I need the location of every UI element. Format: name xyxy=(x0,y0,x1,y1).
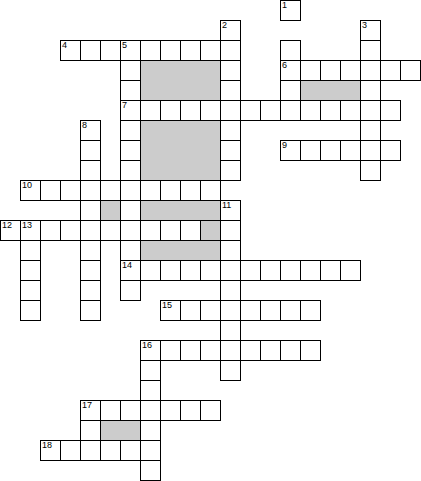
shaded-block xyxy=(200,220,221,241)
crossword-cell[interactable]: 11 xyxy=(220,200,241,221)
crossword-cell[interactable] xyxy=(140,100,161,121)
crossword-cell[interactable] xyxy=(360,160,381,181)
crossword-cell[interactable] xyxy=(140,40,161,61)
crossword-cell[interactable] xyxy=(80,160,101,181)
crossword-cell[interactable] xyxy=(140,220,161,241)
crossword-cell[interactable] xyxy=(340,100,361,121)
crossword-cell[interactable] xyxy=(140,180,161,201)
clue-number: 10 xyxy=(22,181,32,190)
crossword-cell[interactable] xyxy=(180,400,201,421)
crossword-cell[interactable] xyxy=(200,180,221,201)
crossword-cell[interactable] xyxy=(60,440,81,461)
crossword-cell[interactable]: 17 xyxy=(80,400,101,421)
crossword-cell[interactable] xyxy=(160,260,181,281)
crossword-cell[interactable] xyxy=(380,60,401,81)
crossword-cell[interactable] xyxy=(200,300,221,321)
crossword-cell[interactable] xyxy=(80,220,101,241)
crossword-cell[interactable] xyxy=(220,220,241,241)
clue-number: 3 xyxy=(362,21,367,30)
crossword-cell[interactable] xyxy=(140,260,161,281)
crossword-cell[interactable] xyxy=(220,300,241,321)
crossword-cell[interactable] xyxy=(320,60,341,81)
crossword-cell[interactable]: 12 xyxy=(0,220,21,241)
crossword-cell[interactable] xyxy=(220,320,241,341)
clue-number: 5 xyxy=(122,41,127,50)
clue-number: 12 xyxy=(2,221,12,230)
clue-number: 15 xyxy=(162,301,172,310)
crossword-cell[interactable] xyxy=(240,100,261,121)
crossword-cell[interactable] xyxy=(100,440,121,461)
crossword-cell[interactable] xyxy=(80,200,101,221)
crossword-cell[interactable] xyxy=(280,100,301,121)
crossword-cell[interactable] xyxy=(240,300,261,321)
crossword-cell[interactable]: 5 xyxy=(120,40,141,61)
crossword-cell[interactable] xyxy=(120,180,141,201)
clue-number: 9 xyxy=(282,141,287,150)
crossword-cell[interactable] xyxy=(360,80,381,101)
crossword-cell[interactable] xyxy=(360,140,381,161)
crossword-cell[interactable] xyxy=(220,40,241,61)
crossword-cell[interactable] xyxy=(80,140,101,161)
crossword-cell[interactable] xyxy=(80,240,101,261)
crossword-cell[interactable] xyxy=(120,160,141,181)
crossword-cell[interactable] xyxy=(80,300,101,321)
crossword-cell[interactable] xyxy=(80,280,101,301)
crossword-cell[interactable]: 13 xyxy=(20,220,41,241)
crossword-cell[interactable] xyxy=(120,120,141,141)
crossword-cell[interactable] xyxy=(120,400,141,421)
crossword-cell[interactable] xyxy=(300,140,321,161)
crossword-cell[interactable] xyxy=(80,180,101,201)
crossword-cell[interactable] xyxy=(280,340,301,361)
crossword-cell[interactable] xyxy=(260,100,281,121)
crossword-cell[interactable]: 15 xyxy=(160,300,181,321)
clue-number: 18 xyxy=(42,441,52,450)
crossword-cell[interactable] xyxy=(300,60,321,81)
crossword-cell[interactable] xyxy=(340,140,361,161)
shaded-block xyxy=(100,420,141,441)
crossword-cell[interactable] xyxy=(140,400,161,421)
crossword-cell[interactable] xyxy=(220,60,241,81)
crossword-cell[interactable] xyxy=(40,180,61,201)
crossword-cell[interactable] xyxy=(20,300,41,321)
crossword-cell[interactable] xyxy=(220,360,241,381)
crossword-cell[interactable] xyxy=(120,200,141,221)
crossword-cell[interactable]: 1 xyxy=(280,0,301,21)
crossword-cell[interactable] xyxy=(400,60,421,81)
clue-number: 1 xyxy=(282,1,287,10)
clue-number: 17 xyxy=(82,401,92,410)
crossword-cell[interactable] xyxy=(100,40,121,61)
clue-number: 4 xyxy=(62,41,67,50)
crossword-cell[interactable]: 16 xyxy=(140,340,161,361)
crossword-cell[interactable] xyxy=(200,40,221,61)
crossword-cell[interactable] xyxy=(340,60,361,81)
crossword-cell[interactable] xyxy=(220,240,241,261)
crossword-cell[interactable] xyxy=(360,100,381,121)
crossword-cell[interactable] xyxy=(260,340,281,361)
crossword-cell[interactable] xyxy=(280,300,301,321)
crossword-cell[interactable] xyxy=(280,40,301,61)
crossword-cell[interactable] xyxy=(20,240,41,261)
crossword-cell[interactable] xyxy=(60,180,81,201)
crossword-cell[interactable] xyxy=(200,260,221,281)
crossword-cell[interactable] xyxy=(220,160,241,181)
crossword-cell[interactable] xyxy=(280,260,301,281)
crossword-cell[interactable]: 7 xyxy=(120,100,141,121)
crossword-cell[interactable] xyxy=(320,140,341,161)
crossword-cell[interactable] xyxy=(180,40,201,61)
crossword-cell[interactable] xyxy=(20,280,41,301)
crossword-cell[interactable] xyxy=(120,80,141,101)
crossword-cell[interactable] xyxy=(220,120,241,141)
crossword-cell[interactable] xyxy=(220,340,241,361)
crossword-cell[interactable]: 14 xyxy=(120,260,141,281)
crossword-cell[interactable]: 3 xyxy=(360,20,381,41)
crossword-cell[interactable]: 6 xyxy=(280,60,301,81)
crossword-cell[interactable]: 8 xyxy=(80,120,101,141)
crossword-board: 123456789101112131415161718 xyxy=(0,0,421,481)
shaded-block xyxy=(300,80,361,101)
crossword-cell[interactable] xyxy=(80,260,101,281)
crossword-cell[interactable] xyxy=(180,220,201,241)
clue-number: 7 xyxy=(122,101,127,110)
crossword-cell[interactable]: 9 xyxy=(280,140,301,161)
crossword-cell[interactable] xyxy=(160,180,181,201)
crossword-cell[interactable] xyxy=(300,100,321,121)
crossword-cell[interactable] xyxy=(40,220,61,241)
clue-number: 2 xyxy=(222,21,227,30)
clue-number: 8 xyxy=(82,121,87,130)
shaded-block xyxy=(100,200,121,221)
clue-number: 14 xyxy=(122,261,132,270)
crossword-cell[interactable] xyxy=(240,260,261,281)
crossword-cell[interactable] xyxy=(220,260,241,281)
crossword-cell[interactable] xyxy=(360,120,381,141)
crossword-cell[interactable] xyxy=(100,220,121,241)
crossword-cell[interactable] xyxy=(260,260,281,281)
crossword-cell[interactable] xyxy=(140,460,161,481)
crossword-cell[interactable] xyxy=(120,440,141,461)
crossword-cell[interactable] xyxy=(300,260,321,281)
crossword-cell[interactable] xyxy=(140,360,161,381)
clue-number: 13 xyxy=(22,221,32,230)
crossword-cell[interactable] xyxy=(380,100,401,121)
crossword-cell[interactable] xyxy=(320,100,341,121)
crossword-cell[interactable] xyxy=(160,400,181,421)
crossword-cell[interactable] xyxy=(300,340,321,361)
crossword-cell[interactable] xyxy=(220,280,241,301)
crossword-cell[interactable] xyxy=(100,180,121,201)
shaded-block xyxy=(140,200,221,221)
crossword-cell[interactable]: 4 xyxy=(60,40,81,61)
crossword-cell[interactable] xyxy=(140,380,161,401)
crossword-cell[interactable] xyxy=(360,40,381,61)
crossword-cell[interactable] xyxy=(120,240,141,261)
crossword-cell[interactable] xyxy=(180,300,201,321)
crossword-cell[interactable] xyxy=(160,40,181,61)
crossword-cell[interactable] xyxy=(220,100,241,121)
crossword-cell[interactable] xyxy=(80,420,101,441)
crossword-cell[interactable] xyxy=(80,40,101,61)
shaded-block xyxy=(140,120,221,181)
crossword-cell[interactable] xyxy=(240,340,261,361)
crossword-cell[interactable] xyxy=(180,180,201,201)
crossword-cell[interactable] xyxy=(100,400,121,421)
clue-number: 11 xyxy=(222,201,231,210)
crossword-cell[interactable] xyxy=(220,80,241,101)
crossword-cell[interactable] xyxy=(260,300,281,321)
crossword-cell[interactable] xyxy=(200,100,221,121)
crossword-cell[interactable] xyxy=(180,340,201,361)
crossword-cell[interactable] xyxy=(300,300,321,321)
crossword-cell[interactable] xyxy=(160,340,181,361)
crossword-cell[interactable] xyxy=(280,80,301,101)
crossword-cell[interactable] xyxy=(120,280,141,301)
clue-number: 6 xyxy=(282,61,287,70)
crossword-cell[interactable] xyxy=(120,60,141,81)
crossword-cell[interactable] xyxy=(80,440,101,461)
crossword-cell[interactable] xyxy=(360,60,381,81)
crossword-cell[interactable] xyxy=(60,220,81,241)
crossword-cell[interactable] xyxy=(340,260,361,281)
crossword-cell[interactable] xyxy=(200,340,221,361)
crossword-cell[interactable] xyxy=(220,140,241,161)
crossword-cell[interactable] xyxy=(380,140,401,161)
shaded-block xyxy=(140,60,221,101)
clue-number: 16 xyxy=(142,341,152,350)
crossword-cell[interactable] xyxy=(120,140,141,161)
shaded-block xyxy=(140,240,221,261)
crossword-cell[interactable]: 2 xyxy=(220,20,241,41)
crossword-cell[interactable] xyxy=(120,220,141,241)
crossword-cell[interactable] xyxy=(140,440,161,461)
crossword-cell[interactable]: 10 xyxy=(20,180,41,201)
crossword-cell[interactable] xyxy=(320,260,341,281)
crossword-cell[interactable] xyxy=(180,100,201,121)
crossword-cell[interactable] xyxy=(160,100,181,121)
crossword-cell[interactable] xyxy=(20,260,41,281)
crossword-cell[interactable] xyxy=(200,400,221,421)
crossword-cell[interactable] xyxy=(160,220,181,241)
crossword-cell[interactable] xyxy=(140,420,161,441)
crossword-cell[interactable] xyxy=(180,260,201,281)
crossword-cell[interactable]: 18 xyxy=(40,440,61,461)
